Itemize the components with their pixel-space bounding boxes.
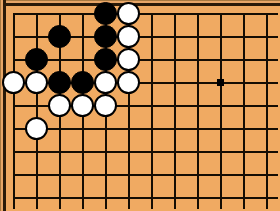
board-intersection[interactable] xyxy=(48,94,71,117)
board-intersection[interactable] xyxy=(209,163,232,186)
board-intersection[interactable] xyxy=(163,2,186,25)
board-intersection[interactable] xyxy=(25,48,48,71)
board-intersection[interactable] xyxy=(48,163,71,186)
board-intersection[interactable] xyxy=(186,48,209,71)
board-intersection[interactable] xyxy=(232,48,255,71)
board-intersection[interactable] xyxy=(48,71,71,94)
board-intersection[interactable] xyxy=(255,71,278,94)
board-intersection[interactable] xyxy=(140,163,163,186)
white-stone[interactable] xyxy=(94,71,117,94)
white-stone[interactable] xyxy=(94,94,117,117)
white-stone[interactable] xyxy=(117,48,140,71)
board-intersection[interactable] xyxy=(186,117,209,140)
board-intersection[interactable] xyxy=(71,48,94,71)
board-intersection[interactable] xyxy=(232,71,255,94)
board-intersection[interactable] xyxy=(94,94,117,117)
board-intersection[interactable] xyxy=(117,25,140,48)
white-stone[interactable] xyxy=(117,25,140,48)
board-intersection[interactable] xyxy=(163,186,186,209)
board-intersection[interactable] xyxy=(25,71,48,94)
go-board xyxy=(0,0,280,211)
white-stone[interactable] xyxy=(71,94,94,117)
board-intersection[interactable] xyxy=(25,94,48,117)
white-stone[interactable] xyxy=(117,2,140,25)
board-intersection[interactable] xyxy=(232,94,255,117)
board-intersection[interactable] xyxy=(71,94,94,117)
black-stone[interactable] xyxy=(94,25,117,48)
board-intersection[interactable] xyxy=(209,48,232,71)
board-intersection[interactable] xyxy=(140,140,163,163)
board-intersection[interactable] xyxy=(94,71,117,94)
board-intersection[interactable] xyxy=(94,48,117,71)
board-intersection[interactable] xyxy=(2,186,25,209)
board-intersection[interactable] xyxy=(140,2,163,25)
board-intersection[interactable] xyxy=(117,94,140,117)
board-intersection[interactable] xyxy=(25,25,48,48)
board-intersection[interactable] xyxy=(2,2,25,25)
board-intersection[interactable] xyxy=(117,186,140,209)
black-stone[interactable] xyxy=(94,48,117,71)
board-intersection[interactable] xyxy=(209,186,232,209)
board-intersection[interactable] xyxy=(140,25,163,48)
board-intersection[interactable] xyxy=(25,117,48,140)
board-intersection[interactable] xyxy=(232,25,255,48)
board-intersection[interactable] xyxy=(163,71,186,94)
board-intersection[interactable] xyxy=(232,140,255,163)
black-stone[interactable] xyxy=(48,25,71,48)
board-intersection[interactable] xyxy=(71,25,94,48)
board-intersection[interactable] xyxy=(71,186,94,209)
board-intersection[interactable] xyxy=(48,48,71,71)
board-intersection[interactable] xyxy=(48,25,71,48)
board-intersection[interactable] xyxy=(140,94,163,117)
black-stone[interactable] xyxy=(48,71,71,94)
board-intersection[interactable] xyxy=(117,140,140,163)
go-grid xyxy=(2,2,278,209)
board-intersection[interactable] xyxy=(117,48,140,71)
board-intersection[interactable] xyxy=(209,2,232,25)
white-stone[interactable] xyxy=(48,94,71,117)
board-intersection[interactable] xyxy=(209,71,232,94)
board-intersection[interactable] xyxy=(2,140,25,163)
board-intersection[interactable] xyxy=(255,186,278,209)
board-intersection[interactable] xyxy=(48,2,71,25)
board-intersection[interactable] xyxy=(2,71,25,94)
board-intersection[interactable] xyxy=(255,25,278,48)
white-stone[interactable] xyxy=(25,117,48,140)
board-intersection[interactable] xyxy=(25,163,48,186)
board-intersection[interactable] xyxy=(71,117,94,140)
board-intersection[interactable] xyxy=(163,94,186,117)
board-intersection[interactable] xyxy=(2,117,25,140)
board-intersection[interactable] xyxy=(117,163,140,186)
board-intersection[interactable] xyxy=(186,25,209,48)
black-stone[interactable] xyxy=(25,48,48,71)
board-intersection[interactable] xyxy=(94,186,117,209)
board-intersection[interactable] xyxy=(232,117,255,140)
board-intersection[interactable] xyxy=(255,2,278,25)
board-intersection[interactable] xyxy=(209,140,232,163)
board-intersection[interactable] xyxy=(255,48,278,71)
board-intersection[interactable] xyxy=(117,117,140,140)
board-intersection[interactable] xyxy=(48,117,71,140)
board-intersection[interactable] xyxy=(140,71,163,94)
star-point xyxy=(217,79,224,86)
white-stone[interactable] xyxy=(2,71,25,94)
board-intersection[interactable] xyxy=(186,163,209,186)
board-intersection[interactable] xyxy=(71,140,94,163)
board-intersection[interactable] xyxy=(186,2,209,25)
board-intersection[interactable] xyxy=(209,25,232,48)
board-intersection[interactable] xyxy=(94,163,117,186)
board-intersection[interactable] xyxy=(48,140,71,163)
board-intersection[interactable] xyxy=(25,186,48,209)
board-intersection[interactable] xyxy=(255,163,278,186)
board-intersection[interactable] xyxy=(140,186,163,209)
board-intersection[interactable] xyxy=(117,2,140,25)
black-stone[interactable] xyxy=(94,2,117,25)
board-intersection[interactable] xyxy=(186,71,209,94)
board-intersection[interactable] xyxy=(2,48,25,71)
board-intersection[interactable] xyxy=(94,2,117,25)
board-intersection[interactable] xyxy=(255,140,278,163)
board-intersection[interactable] xyxy=(117,71,140,94)
white-stone[interactable] xyxy=(25,71,48,94)
board-intersection[interactable] xyxy=(209,94,232,117)
board-intersection[interactable] xyxy=(255,117,278,140)
board-intersection[interactable] xyxy=(94,25,117,48)
board-intersection[interactable] xyxy=(163,25,186,48)
board-intersection[interactable] xyxy=(71,163,94,186)
board-intersection[interactable] xyxy=(163,48,186,71)
board-intersection[interactable] xyxy=(48,186,71,209)
board-intersection[interactable] xyxy=(94,140,117,163)
board-intersection[interactable] xyxy=(163,163,186,186)
board-intersection[interactable] xyxy=(94,117,117,140)
board-intersection[interactable] xyxy=(163,140,186,163)
board-intersection[interactable] xyxy=(2,94,25,117)
board-intersection[interactable] xyxy=(232,163,255,186)
board-intersection[interactable] xyxy=(140,48,163,71)
board-intersection[interactable] xyxy=(186,186,209,209)
black-stone[interactable] xyxy=(71,71,94,94)
board-intersection[interactable] xyxy=(163,117,186,140)
board-intersection[interactable] xyxy=(71,71,94,94)
board-intersection[interactable] xyxy=(232,186,255,209)
board-intersection[interactable] xyxy=(255,94,278,117)
white-stone[interactable] xyxy=(117,71,140,94)
board-intersection[interactable] xyxy=(140,117,163,140)
board-intersection[interactable] xyxy=(2,163,25,186)
board-intersection[interactable] xyxy=(71,2,94,25)
board-intersection[interactable] xyxy=(186,140,209,163)
board-intersection[interactable] xyxy=(209,117,232,140)
board-intersection[interactable] xyxy=(25,2,48,25)
board-intersection[interactable] xyxy=(232,2,255,25)
board-intersection[interactable] xyxy=(186,94,209,117)
board-intersection[interactable] xyxy=(25,140,48,163)
board-intersection[interactable] xyxy=(2,25,25,48)
